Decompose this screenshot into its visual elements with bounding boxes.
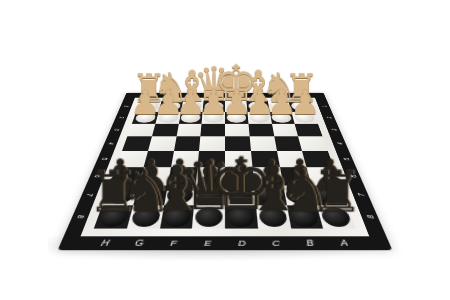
square-a4[interactable]	[298, 137, 328, 151]
file-label-a: A	[339, 239, 349, 247]
file-label-h: H	[100, 239, 111, 247]
rook-glyph: ♜	[300, 163, 375, 220]
perspective-wrapper: HGFEDCBA1234567812345678♜♞♝♛♚♝♞♜♟♟♟♟♟♟♟♟…	[0, 0, 450, 300]
square-g3[interactable]	[152, 123, 179, 136]
square-e3[interactable]	[201, 123, 225, 136]
pawn-glyph: ♟	[118, 86, 171, 120]
square-d3[interactable]	[225, 123, 249, 136]
rank-label-right-4: 4	[336, 142, 344, 144]
square-f3[interactable]	[176, 123, 202, 136]
chess-mat: HGFEDCBA1234567812345678♜♞♝♛♚♝♞♜♟♟♟♟♟♟♟♟…	[58, 93, 393, 250]
file-label-d: D	[238, 239, 247, 247]
file-label-c: C	[272, 239, 281, 247]
file-label-b: B	[306, 239, 316, 247]
square-g4[interactable]	[148, 137, 176, 151]
file-label-f: F	[170, 239, 178, 247]
file-label-e: E	[204, 239, 212, 247]
rank-label-right-3: 3	[330, 129, 337, 131]
rank-label-left-3: 3	[113, 129, 120, 131]
square-c3[interactable]	[248, 123, 274, 136]
square-a3[interactable]	[295, 123, 323, 136]
file-label-g: G	[134, 239, 145, 247]
rank-label-left-4: 4	[107, 142, 115, 144]
photo-canvas: HGFEDCBA1234567812345678♜♞♝♛♚♝♞♜♟♟♟♟♟♟♟♟…	[0, 0, 450, 300]
